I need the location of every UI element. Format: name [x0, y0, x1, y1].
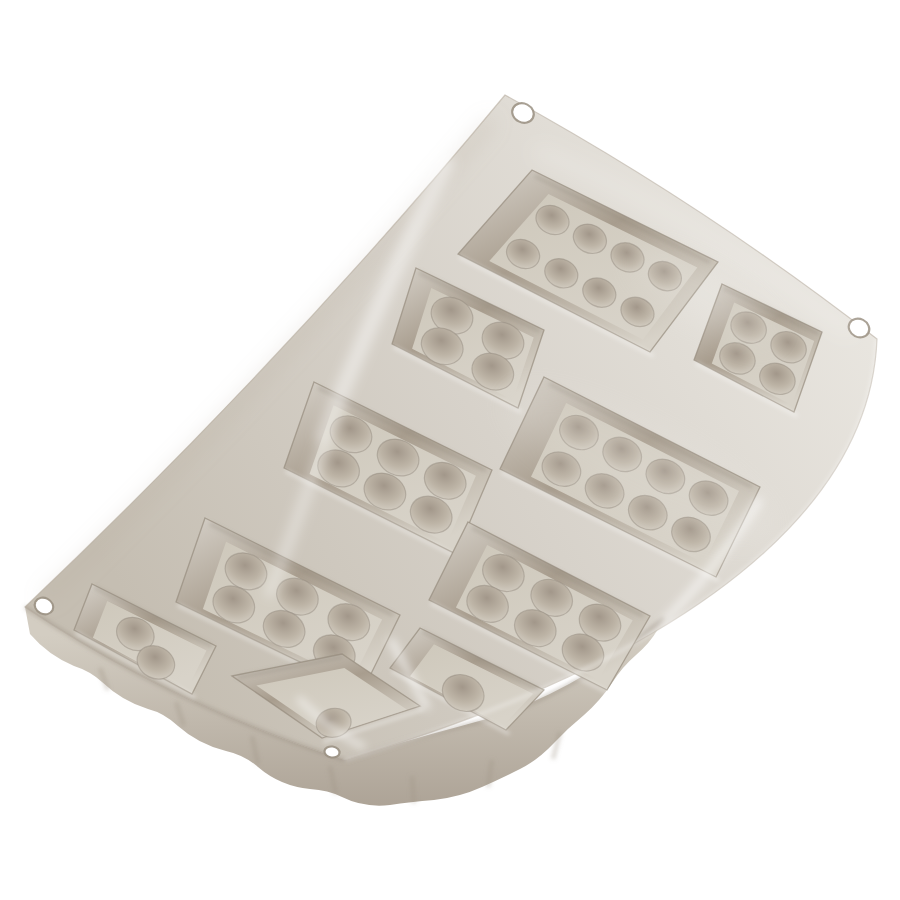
product-photo: [0, 0, 900, 900]
silicone-mold-illustration: [0, 0, 900, 900]
